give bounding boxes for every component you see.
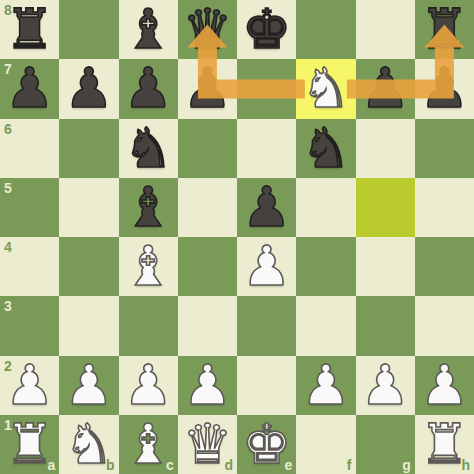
square-c6[interactable]: ♞ [119,119,178,178]
piece-white-pawn-b2[interactable]: ♟ [64,356,113,415]
piece-black-pawn-c7[interactable]: ♟ [123,59,172,118]
square-h7[interactable]: ♟ [415,59,474,118]
square-g7[interactable]: ♟ [356,59,415,118]
piece-black-pawn-g7[interactable]: ♟ [360,59,409,118]
square-a7[interactable]: 7♟ [0,59,59,118]
rank-label-3: 3 [4,298,12,314]
square-f2[interactable]: ♟ [296,356,355,415]
piece-white-pawn-c2[interactable]: ♟ [123,356,172,415]
piece-black-rook-h8[interactable]: ♜ [420,0,469,59]
square-c1[interactable]: c♝ [119,415,178,474]
square-b8[interactable] [59,0,118,59]
rank-label-6: 6 [4,121,12,137]
piece-black-bishop-c5[interactable]: ♝ [123,178,172,237]
square-e2[interactable] [237,356,296,415]
square-f3[interactable] [296,296,355,355]
square-g4[interactable] [356,237,415,296]
piece-black-rook-a8[interactable]: ♜ [5,0,54,59]
square-f4[interactable] [296,237,355,296]
rank-label-5: 5 [4,180,12,196]
piece-white-pawn-d2[interactable]: ♟ [183,356,232,415]
piece-black-knight-f6[interactable]: ♞ [301,119,350,178]
square-a2[interactable]: 2♟ [0,356,59,415]
square-e5[interactable]: ♟ [237,178,296,237]
square-d3[interactable] [178,296,237,355]
square-f6[interactable]: ♞ [296,119,355,178]
square-g5[interactable] [356,178,415,237]
square-b3[interactable] [59,296,118,355]
square-h8[interactable]: ♜ [415,0,474,59]
square-g6[interactable] [356,119,415,178]
square-f1[interactable]: f [296,415,355,474]
square-d6[interactable] [178,119,237,178]
piece-black-king-e8[interactable]: ♚ [242,0,291,59]
piece-white-pawn-f2[interactable]: ♟ [301,356,350,415]
square-e7[interactable] [237,59,296,118]
square-f8[interactable] [296,0,355,59]
file-label-a: a [47,457,55,473]
square-e4[interactable]: ♟ [237,237,296,296]
square-h4[interactable] [415,237,474,296]
file-label-d: d [224,457,233,473]
square-e3[interactable] [237,296,296,355]
piece-black-pawn-h7[interactable]: ♟ [420,59,469,118]
file-label-g: g [402,457,411,473]
square-f5[interactable] [296,178,355,237]
piece-black-pawn-e5[interactable]: ♟ [242,178,291,237]
piece-black-knight-c6[interactable]: ♞ [123,119,172,178]
square-h1[interactable]: h♜ [415,415,474,474]
square-g1[interactable]: g [356,415,415,474]
piece-white-pawn-e4[interactable]: ♟ [242,237,291,296]
piece-white-pawn-g2[interactable]: ♟ [360,356,409,415]
square-b1[interactable]: b♞ [59,415,118,474]
piece-black-bishop-c8[interactable]: ♝ [123,0,172,59]
piece-black-pawn-d7[interactable]: ♟ [183,59,232,118]
square-h5[interactable] [415,178,474,237]
square-a1[interactable]: 1a♜ [0,415,59,474]
square-e8[interactable]: ♚ [237,0,296,59]
square-c3[interactable] [119,296,178,355]
square-c5[interactable]: ♝ [119,178,178,237]
file-label-c: c [166,457,174,473]
square-d1[interactable]: d♛ [178,415,237,474]
piece-white-pawn-a2[interactable]: ♟ [5,356,54,415]
square-g2[interactable]: ♟ [356,356,415,415]
square-b5[interactable] [59,178,118,237]
square-d4[interactable] [178,237,237,296]
file-label-e: e [284,457,292,473]
file-label-b: b [106,457,115,473]
square-e1[interactable]: e♚ [237,415,296,474]
piece-black-queen-d8[interactable]: ♛ [183,0,232,59]
rank-label-4: 4 [4,239,12,255]
piece-black-pawn-b7[interactable]: ♟ [64,59,113,118]
square-f7[interactable]: ♞ [296,59,355,118]
square-d5[interactable] [178,178,237,237]
square-a5[interactable]: 5 [0,178,59,237]
square-a8[interactable]: 8♜ [0,0,59,59]
square-a4[interactable]: 4 [0,237,59,296]
file-label-h: h [461,457,470,473]
square-b6[interactable] [59,119,118,178]
square-c8[interactable]: ♝ [119,0,178,59]
square-c7[interactable]: ♟ [119,59,178,118]
square-h6[interactable] [415,119,474,178]
square-e6[interactable] [237,119,296,178]
square-b7[interactable]: ♟ [59,59,118,118]
square-a6[interactable]: 6 [0,119,59,178]
square-a3[interactable]: 3 [0,296,59,355]
square-b2[interactable]: ♟ [59,356,118,415]
piece-black-pawn-a7[interactable]: ♟ [5,59,54,118]
piece-white-pawn-h2[interactable]: ♟ [420,356,469,415]
piece-white-knight-f7[interactable]: ♞ [301,59,350,118]
piece-white-bishop-c4[interactable]: ♝ [123,237,172,296]
square-h3[interactable] [415,296,474,355]
square-h2[interactable]: ♟ [415,356,474,415]
square-c4[interactable]: ♝ [119,237,178,296]
chess-board[interactable]: 8♜♝♛♚♜7♟♟♟♟♞♟♟6♞♞5♝♟4♝♟32♟♟♟♟♟♟♟1a♜b♞c♝d… [0,0,474,474]
square-c2[interactable]: ♟ [119,356,178,415]
square-g3[interactable] [356,296,415,355]
square-d2[interactable]: ♟ [178,356,237,415]
square-d7[interactable]: ♟ [178,59,237,118]
file-label-f: f [347,457,352,473]
square-g8[interactable] [356,0,415,59]
square-d8[interactable]: ♛ [178,0,237,59]
square-b4[interactable] [59,237,118,296]
